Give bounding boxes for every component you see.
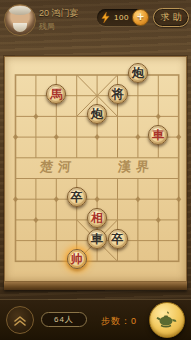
add-energy-button[interactable]: + [132, 9, 149, 26]
mode-label: 残局 [39, 21, 79, 32]
top-bar: 20 鸿门宴 残局 100 + 求助 [0, 0, 191, 46]
help-button[interactable]: 求助 [153, 8, 189, 27]
piece-glyph: 卒 [112, 232, 124, 244]
piece-glyph: 馬 [50, 87, 62, 99]
river-label-right: 漢界 [108, 158, 163, 178]
piece-glyph: 将 [112, 87, 124, 99]
move-counter: 步数：0 [101, 315, 137, 328]
bottom-bar: 64人 步数：0 [0, 300, 191, 340]
piece-glyph: 車 [152, 129, 164, 141]
chevron-up-icon [13, 313, 27, 327]
piece-glyph: 車 [91, 232, 103, 244]
piece-black-soldier-1[interactable]: 卒 [67, 187, 87, 207]
avatar-hair [9, 6, 31, 15]
board-front-edge [4, 282, 187, 290]
piece-black-cannon-1[interactable]: 炮 [128, 63, 148, 83]
board-surface: 楚河 漢界 炮馬将炮車卒相車卒帅 [4, 56, 187, 282]
piece-glyph: 炮 [132, 67, 144, 79]
lightning-icon [100, 12, 111, 23]
hint-lamp-button[interactable] [149, 302, 185, 338]
level-info: 20 鸿门宴 残局 [39, 8, 79, 32]
piece-glyph: 卒 [71, 191, 83, 203]
energy-value: 100 [114, 13, 129, 22]
avatar[interactable] [4, 4, 36, 36]
piece-red-general[interactable]: 帅 [67, 249, 87, 269]
move-counter-value: 0 [131, 316, 137, 326]
expand-button[interactable] [6, 306, 34, 334]
piece-glyph: 炮 [91, 108, 103, 120]
move-counter-label: 步数： [101, 316, 131, 326]
online-count-badge: 64人 [41, 312, 87, 327]
level-title: 20 鸿门宴 [39, 8, 79, 19]
piece-glyph: 帅 [71, 253, 83, 265]
piece-black-soldier-2[interactable]: 卒 [108, 229, 128, 249]
piece-red-horse[interactable]: 馬 [46, 84, 66, 104]
lamp-icon [156, 310, 178, 330]
avatar-beard [13, 23, 27, 32]
xiangqi-board[interactable]: 楚河 漢界 炮馬将炮車卒相車卒帅 [4, 56, 187, 290]
piece-glyph: 相 [91, 211, 103, 223]
piece-red-elephant[interactable]: 相 [87, 208, 107, 228]
piece-black-general[interactable]: 将 [108, 84, 128, 104]
xiangqi-app: 20 鸿门宴 残局 100 + 求助 [0, 0, 191, 340]
piece-black-chariot[interactable]: 車 [87, 229, 107, 249]
river-label-left: 楚河 [30, 158, 85, 178]
